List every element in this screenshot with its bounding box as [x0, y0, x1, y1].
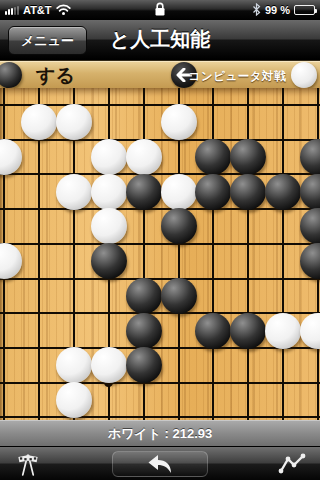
checkered-flags-icon [14, 452, 42, 476]
black-stone [300, 139, 320, 175]
black-stone [230, 313, 266, 349]
black-stone [126, 347, 162, 383]
white-stone [56, 174, 92, 210]
white-stone [56, 382, 92, 418]
white-stone [126, 139, 162, 175]
white-stone [161, 174, 197, 210]
grid-line-v [212, 88, 214, 420]
undo-arrow-icon [147, 454, 173, 474]
black-stone [126, 174, 162, 210]
white-stone [21, 104, 57, 140]
black-stone [230, 174, 266, 210]
grid-line-v [282, 88, 284, 420]
grid-line-h [0, 243, 320, 245]
black-stone [300, 243, 320, 279]
grid-line-h [0, 208, 320, 210]
black-stone [126, 278, 162, 314]
white-stone [91, 208, 127, 244]
turn-bar: する コンピュータ対戦 [0, 60, 320, 88]
line-graph-icon [278, 452, 306, 476]
wifi-icon [56, 4, 71, 17]
black-stone [230, 139, 266, 175]
black-stone [300, 174, 320, 210]
undo-button[interactable] [112, 451, 208, 477]
bluetooth-icon [252, 3, 261, 18]
grid-line-h [0, 173, 320, 175]
finish-game-button[interactable] [10, 451, 46, 477]
grid-line-v [247, 88, 249, 420]
menu-button-label: メニュー [21, 32, 74, 50]
grid-line-h [0, 416, 320, 418]
menu-button[interactable]: メニュー [8, 26, 87, 55]
white-stone [91, 347, 127, 383]
app-screen: AT&T 99 % [0, 0, 320, 480]
white-stone [91, 174, 127, 210]
battery-icon [294, 5, 315, 15]
white-stone [56, 104, 92, 140]
black-stone [126, 313, 162, 349]
analysis-button[interactable] [274, 451, 310, 477]
carrier-label: AT&T [23, 4, 52, 16]
score-text: ホワイト : 212.93 [108, 425, 213, 443]
bottom-toolbar [0, 446, 320, 480]
signal-bars-icon [5, 6, 19, 15]
grid-line-h [0, 278, 320, 280]
grid-line-h [0, 347, 320, 349]
black-stone [195, 174, 231, 210]
black-stone [91, 243, 127, 279]
status-bar: AT&T 99 % [0, 0, 320, 20]
white-stone [300, 313, 320, 349]
white-stone-icon [291, 62, 317, 88]
white-stone [91, 139, 127, 175]
white-stone [0, 139, 22, 175]
go-board[interactable] [0, 88, 320, 420]
white-stone [161, 104, 197, 140]
white-stone [265, 313, 301, 349]
grid-line-h [0, 139, 320, 141]
grid-line-h [0, 382, 320, 384]
score-bar: ホワイト : 212.93 [0, 420, 320, 446]
white-stone [56, 347, 92, 383]
black-action-label: する [36, 63, 75, 89]
grid-line-h [0, 312, 320, 314]
mode-label: コンピュータ対戦 [189, 69, 286, 84]
black-stone [161, 278, 197, 314]
battery-percent-label: 99 % [265, 4, 290, 16]
black-stone [300, 208, 320, 244]
black-stone [265, 174, 301, 210]
black-stone-icon [0, 62, 22, 88]
black-stone [195, 313, 231, 349]
black-stone [161, 208, 197, 244]
white-stone [0, 243, 22, 279]
black-stone [195, 139, 231, 175]
nav-bar: メニュー と人工知能 [0, 20, 320, 60]
lock-icon [154, 2, 166, 19]
